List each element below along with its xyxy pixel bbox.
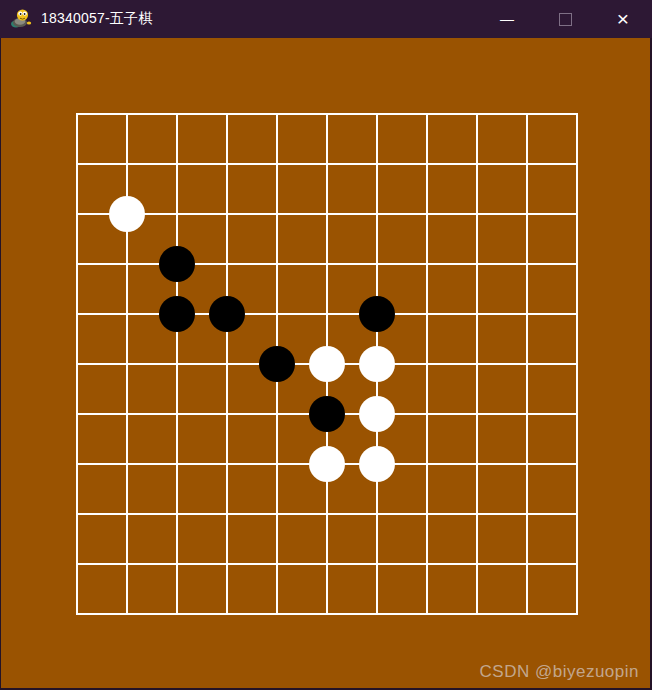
gomoku-board[interactable] [76,113,578,615]
titlebar[interactable]: 18340057-五子棋 — × [0,0,652,38]
python-turtle-icon [10,8,32,30]
maximize-button[interactable] [536,0,594,38]
white-stone [309,346,345,382]
maximize-icon [559,13,572,26]
window-title: 18340057-五子棋 [41,10,152,28]
watermark: CSDN @biyezuopin [480,662,639,682]
white-stone [359,346,395,382]
white-stone [359,446,395,482]
black-stone [259,346,295,382]
game-window: 18340057-五子棋 — × CSDN @biyezuopin [0,0,652,690]
black-stone [309,396,345,432]
black-stone [159,246,195,282]
minimize-button[interactable]: — [478,0,536,42]
white-stone [359,396,395,432]
window-border-left [0,38,1,690]
window-controls: — × [478,0,652,38]
white-stone [109,196,145,232]
black-stone [209,296,245,332]
black-stone [359,296,395,332]
black-stone [159,296,195,332]
close-button[interactable]: × [594,0,652,38]
white-stone [309,446,345,482]
